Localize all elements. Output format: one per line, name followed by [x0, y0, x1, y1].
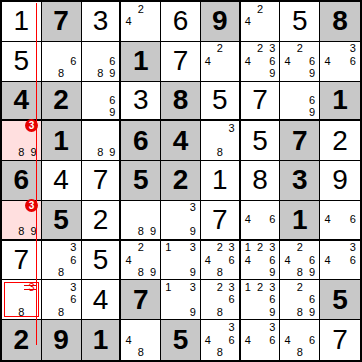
solved-digit: 3 [133, 86, 149, 114]
candidate-9: 9 [28, 147, 40, 159]
candidate-2: 2 [294, 242, 306, 254]
candidate-2: 2 [294, 281, 306, 293]
candidate-6: 6 [106, 55, 118, 67]
cell-r3c7[interactable]: 7 [241, 82, 281, 122]
candidate-2: 2 [135, 3, 147, 15]
cell-r5c8[interactable]: 3 [280, 161, 320, 201]
candidate-3: 3 [187, 202, 199, 214]
cell-r9c3[interactable]: 1 [82, 320, 122, 360]
cell-r3c2[interactable]: 2 [42, 82, 82, 122]
candidate-6: 6 [346, 254, 359, 266]
candidate-grid: 893 [3, 202, 40, 238]
cell-r2c6[interactable]: 24 [201, 42, 241, 82]
candidate-grid: 893 [3, 122, 40, 159]
cell-r9c4[interactable]: 48 [121, 320, 161, 360]
candidate-8: 8 [15, 147, 27, 159]
candidate-4: 4 [122, 334, 134, 347]
cell-r1c7[interactable]: 24 [241, 2, 281, 42]
candidate-4: 4 [242, 55, 254, 67]
candidate-9: 9 [106, 106, 118, 118]
cell-r1c9[interactable]: 8 [320, 2, 360, 42]
candidate-3: 3 [187, 281, 199, 293]
cell-r9c5[interactable]: 5 [161, 320, 201, 360]
candidate-1: 1 [242, 242, 254, 254]
given-digit: 7 [53, 7, 69, 35]
candidate-grid: 23468 [202, 242, 238, 279]
given-digit: 1 [133, 47, 149, 75]
solved-digit: 7 [332, 326, 348, 354]
cell-r4c6[interactable]: 38 [201, 121, 241, 161]
cell-r4c3[interactable]: 89 [82, 121, 122, 161]
cell-r9c7[interactable]: 346 [241, 320, 281, 360]
cell-r7c9[interactable]: 346 [320, 241, 360, 281]
cell-r5c3[interactable]: 7 [82, 161, 122, 201]
candidate-6: 6 [346, 55, 359, 67]
candidate-grid: 3468 [202, 321, 238, 359]
candidate-8: 8 [94, 147, 106, 159]
cell-r1c8[interactable]: 5 [280, 2, 320, 42]
candidate-6: 6 [306, 55, 318, 67]
cell-r7c5[interactable]: 139 [161, 241, 201, 281]
candidate-6: 6 [226, 254, 238, 266]
candidate-4: 4 [202, 334, 214, 347]
candidate-3: 3 [266, 43, 278, 55]
candidate-grid: 48 [122, 321, 159, 359]
candidate-grid: 68 [43, 43, 80, 80]
cell-r2c7[interactable]: 23469 [241, 42, 281, 82]
candidate-6: 6 [106, 94, 118, 106]
cell-r3c6[interactable]: 5 [201, 82, 241, 122]
solved-digit: 7 [173, 47, 189, 75]
candidate-grid: 89 [83, 122, 119, 159]
solved-digit: 4 [93, 286, 109, 314]
cell-r7c6[interactable]: 23468 [201, 241, 241, 281]
candidate-grid: 346 [321, 43, 359, 80]
cell-r2c8[interactable]: 2469 [280, 42, 320, 82]
candidate-2: 2 [135, 242, 147, 254]
candidate-grid: 24 [242, 3, 279, 40]
cell-r9c6[interactable]: 3468 [201, 320, 241, 360]
candidate-4: 4 [281, 254, 293, 266]
candidate-6: 6 [266, 214, 278, 226]
cell-r7c4[interactable]: 2489 [121, 241, 161, 281]
cell-r3c4[interactable]: 3 [121, 82, 161, 122]
cell-r8c9[interactable]: 5 [320, 280, 360, 320]
candidate-6: 6 [266, 334, 278, 347]
solved-digit: 7 [93, 166, 109, 194]
candidate-9: 9 [306, 67, 318, 79]
candidate-4: 4 [202, 254, 214, 266]
candidate-4: 4 [202, 55, 214, 67]
candidate-2: 2 [254, 3, 266, 15]
candidate-3: 3 [67, 281, 79, 293]
cell-r1c4[interactable]: 24 [121, 2, 161, 42]
cell-r8c8[interactable]: 2689 [280, 280, 320, 320]
solved-digit: 7 [14, 246, 30, 274]
candidate-grid: 46 [242, 202, 279, 238]
given-digit: 5 [133, 166, 149, 194]
candidate-grid: 89 [122, 202, 159, 238]
candidate-3: 3 [226, 281, 238, 293]
candidate-grid: 346 [242, 321, 279, 359]
cell-r9c2[interactable]: 9 [42, 320, 82, 360]
candidate-4: 4 [242, 334, 254, 347]
candidate-grid: 24689 [281, 242, 318, 279]
candidate-grid: 368 [43, 242, 80, 279]
candidate-2: 2 [214, 242, 226, 254]
eliminated-candidate-icon: 3 [24, 281, 40, 293]
cell-r6c9[interactable]: 46 [320, 201, 360, 241]
given-digit: 7 [292, 127, 308, 155]
candidate-9: 9 [306, 106, 318, 118]
candidate-1: 1 [162, 242, 174, 254]
candidate-6: 6 [306, 94, 318, 106]
cell-r8c5[interactable]: 139 [161, 280, 201, 320]
cell-r2c3[interactable]: 689 [82, 42, 122, 82]
candidate-8: 8 [15, 306, 27, 318]
candidate-8: 8 [214, 306, 226, 318]
candidate-8: 8 [294, 306, 306, 318]
solved-digit: 9 [332, 166, 348, 194]
cell-r4c9[interactable]: 2 [320, 121, 360, 161]
candidate-grid: 2689 [281, 281, 318, 318]
candidate-6: 6 [266, 294, 278, 306]
candidate-1: 1 [162, 281, 174, 293]
solved-digit: 5 [292, 7, 308, 35]
candidate-8: 8 [214, 266, 226, 278]
cell-r6c2[interactable]: 5 [42, 201, 82, 241]
cell-r2c9[interactable]: 346 [320, 42, 360, 82]
cell-r8c4[interactable]: 7 [121, 280, 161, 320]
candidate-9: 9 [28, 226, 40, 238]
candidate-4: 4 [242, 214, 254, 226]
given-digit: 4 [173, 127, 189, 155]
candidate-6: 6 [306, 294, 318, 306]
cell-r6c6[interactable]: 7 [201, 201, 241, 241]
candidate-2: 2 [254, 43, 266, 55]
cell-r6c7[interactable]: 46 [241, 201, 281, 241]
candidate-9: 9 [266, 266, 278, 278]
candidate-grid: 24 [122, 3, 159, 40]
cell-r9c9[interactable]: 7 [320, 320, 360, 360]
candidate-grid: 39 [162, 202, 199, 238]
candidate-grid: 69 [83, 83, 119, 119]
candidate-2: 2 [214, 281, 226, 293]
cell-r5c4[interactable]: 5 [121, 161, 161, 201]
solved-digit: 5 [252, 127, 268, 155]
candidate-2: 2 [254, 242, 266, 254]
candidate-grid: 46 [321, 202, 359, 238]
candidate-8: 8 [15, 226, 27, 238]
given-digit: 6 [14, 166, 30, 194]
cell-r4c4[interactable]: 6 [121, 121, 161, 161]
candidate-6: 6 [67, 254, 79, 266]
candidate-8: 8 [55, 67, 67, 79]
candidate-4: 4 [242, 15, 254, 27]
candidate-9: 9 [266, 67, 278, 79]
cell-r7c3[interactable]: 5 [82, 241, 122, 281]
candidate-grid: 2469 [281, 43, 318, 80]
candidate-9: 9 [147, 226, 159, 238]
candidate-grid: 38 [202, 122, 238, 159]
candidate-grid: 2368 [202, 281, 238, 318]
solved-digit: 5 [14, 47, 30, 75]
candidate-9: 9 [187, 306, 199, 318]
cell-r3c9[interactable]: 1 [320, 82, 360, 122]
candidate-4: 4 [321, 254, 334, 266]
candidate-6: 6 [266, 55, 278, 67]
solved-digit: 2 [332, 127, 348, 155]
candidate-3: 3 [266, 321, 278, 334]
candidate-4: 4 [321, 55, 334, 67]
candidate-grid: 23469 [242, 43, 279, 80]
candidate-3: 3 [67, 242, 79, 254]
solved-digit: 4 [53, 166, 69, 194]
candidate-3: 3 [346, 43, 359, 55]
candidate-4: 4 [122, 15, 134, 27]
cell-r4c5[interactable]: 4 [161, 121, 201, 161]
given-digit: 7 [133, 286, 149, 314]
candidate-4: 4 [281, 55, 293, 67]
cell-r2c5[interactable]: 7 [161, 42, 201, 82]
cell-r7c7[interactable]: 123469 [241, 241, 281, 281]
given-digit: 9 [53, 326, 69, 354]
given-digit: 5 [332, 286, 348, 314]
candidate-2: 2 [254, 281, 266, 293]
cell-r1c2[interactable]: 7 [42, 2, 82, 42]
candidate-8: 8 [135, 346, 147, 359]
candidate-6: 6 [226, 334, 238, 347]
solved-digit: 1 [212, 166, 228, 194]
candidate-6: 6 [67, 294, 79, 306]
candidate-grid: 139 [162, 242, 199, 279]
candidate-8: 8 [214, 346, 226, 359]
given-digit: 6 [133, 127, 149, 155]
cell-r6c3[interactable]: 2 [82, 201, 122, 241]
cell-r8c7[interactable]: 12369 [241, 280, 281, 320]
cell-r6c5[interactable]: 39 [161, 201, 201, 241]
given-digit: 1 [93, 326, 109, 354]
cell-r3c8[interactable]: 69 [280, 82, 320, 122]
candidate-3: 3 [346, 242, 359, 254]
candidate-grid: 368 [43, 281, 80, 318]
given-digit: 1 [332, 86, 348, 114]
candidate-2: 2 [214, 43, 226, 55]
candidate-6: 6 [67, 55, 79, 67]
solved-digit: 5 [93, 246, 109, 274]
cell-r9c8[interactable]: 468 [280, 320, 320, 360]
candidate-4: 4 [122, 254, 134, 266]
candidate-grid: 83 [3, 281, 40, 318]
given-digit: 5 [173, 326, 189, 354]
candidate-9: 9 [266, 306, 278, 318]
candidate-2: 2 [294, 43, 306, 55]
cell-r1c3[interactable]: 3 [82, 2, 122, 42]
solved-digit: 2 [93, 206, 109, 234]
candidate-8: 8 [135, 266, 147, 278]
candidate-8: 8 [214, 147, 226, 159]
cell-r8c6[interactable]: 2368 [201, 280, 241, 320]
candidate-9: 9 [147, 266, 159, 278]
solved-digit: 5 [212, 86, 228, 114]
candidate-8: 8 [294, 346, 306, 359]
candidate-grid: 468 [281, 321, 318, 359]
candidate-9: 9 [306, 306, 318, 318]
given-digit: 4 [14, 86, 30, 114]
candidate-grid: 139 [162, 281, 199, 318]
cell-r8c2[interactable]: 368 [42, 280, 82, 320]
cell-r3c3[interactable]: 69 [82, 82, 122, 122]
candidate-6: 6 [306, 254, 318, 266]
candidate-grid: 346 [321, 242, 359, 279]
candidate-9: 9 [187, 266, 199, 278]
given-digit: 8 [332, 7, 348, 35]
given-digit: 2 [173, 166, 189, 194]
cell-r3c5[interactable]: 8 [161, 82, 201, 122]
cell-r2c2[interactable]: 68 [42, 42, 82, 82]
cell-r2c4[interactable]: 1 [121, 42, 161, 82]
solved-digit: 8 [252, 166, 268, 194]
given-digit: 8 [173, 86, 189, 114]
candidate-9: 9 [187, 226, 199, 238]
cell-r5c6[interactable]: 1 [201, 161, 241, 201]
candidate-3: 3 [266, 281, 278, 293]
solved-digit: 7 [252, 86, 268, 114]
solved-digit: 1 [14, 7, 30, 35]
cell-r4c7[interactable]: 5 [241, 121, 281, 161]
candidate-grid: 689 [83, 43, 119, 80]
cell-r5c2[interactable]: 4 [42, 161, 82, 201]
candidate-3: 3 [226, 242, 238, 254]
chain-hint-line [36, 3, 37, 345]
given-digit: 1 [53, 127, 69, 155]
candidate-9: 9 [106, 67, 118, 79]
sudoku-board: 1732469245856868917242346924693464269385… [0, 0, 362, 362]
candidate-3: 3 [266, 242, 278, 254]
cell-r5c5[interactable]: 2 [161, 161, 201, 201]
cell-r5c9[interactable]: 9 [320, 161, 360, 201]
candidate-grid: 69 [281, 83, 318, 119]
candidate-grid: 2489 [122, 242, 159, 279]
candidate-4: 4 [281, 334, 293, 347]
candidate-3: 3 [187, 242, 199, 254]
candidate-grid: 123469 [242, 242, 279, 279]
cell-r1c5[interactable]: 6 [161, 2, 201, 42]
candidate-9: 9 [106, 147, 118, 159]
solved-digit: 3 [93, 7, 109, 35]
candidate-grid: 12369 [242, 281, 279, 318]
candidate-6: 6 [346, 214, 359, 226]
candidate-1: 1 [242, 281, 254, 293]
cell-r4c8[interactable]: 7 [280, 121, 320, 161]
candidate-6: 6 [266, 254, 278, 266]
given-digit: 5 [53, 206, 69, 234]
given-digit: 1 [292, 206, 308, 234]
candidate-grid: 24 [202, 43, 238, 80]
given-digit: 2 [53, 86, 69, 114]
candidate-8: 8 [135, 226, 147, 238]
cell-r8c3[interactable]: 4 [82, 280, 122, 320]
cell-r5c7[interactable]: 8 [241, 161, 281, 201]
cell-r6c4[interactable]: 89 [121, 201, 161, 241]
candidate-8: 8 [94, 67, 106, 79]
given-digit: 2 [14, 326, 30, 354]
given-digit: 9 [212, 7, 228, 35]
candidate-8: 8 [294, 266, 306, 278]
given-digit: 3 [292, 166, 308, 194]
candidate-6: 6 [226, 294, 238, 306]
cell-r7c8[interactable]: 24689 [280, 241, 320, 281]
cell-r7c2[interactable]: 368 [42, 241, 82, 281]
chain-node-circle: 3 [25, 199, 38, 212]
candidate-3: 3 [226, 321, 238, 334]
candidate-3: 3 [226, 122, 238, 134]
candidate-9: 9 [306, 266, 318, 278]
candidate-8: 8 [55, 306, 67, 318]
cell-r4c2[interactable]: 1 [42, 121, 82, 161]
solved-digit: 7 [212, 206, 228, 234]
cell-r6c8[interactable]: 1 [280, 201, 320, 241]
solved-digit: 6 [173, 7, 189, 35]
candidate-4: 4 [242, 254, 254, 266]
cell-r1c6[interactable]: 9 [201, 2, 241, 42]
candidate-8: 8 [55, 266, 67, 278]
candidate-4: 4 [321, 214, 334, 226]
candidate-6: 6 [306, 334, 318, 347]
